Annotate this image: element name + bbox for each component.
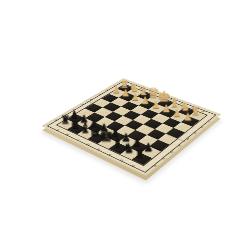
- product-photo-canvas: ABCDEFGH ABCDEFGH 12345678 12345678 ♜♞♝♛…: [0, 0, 250, 247]
- coord-letter-near-F: F: [106, 153, 113, 157]
- piece-white-rook: ♜: [120, 80, 129, 90]
- coord-letter-near-G: G: [118, 158, 125, 162]
- coord-letter-far-H: H: [200, 110, 206, 113]
- piece-white-rook: ♜: [191, 106, 201, 117]
- coord-letter-near-D: D: [85, 143, 92, 147]
- coord-letter-near-H: H: [129, 164, 136, 168]
- piece-black-rook: ♜: [60, 114, 70, 125]
- coord-number-left-7: 7: [61, 113, 67, 116]
- piece-black-pawn: ♟: [121, 132, 131, 143]
- coord-letter-near-C: C: [74, 138, 81, 142]
- chess-set-scene: ABCDEFGH ABCDEFGH 12345678 12345678 ♜♞♝♛…: [0, 0, 250, 247]
- coord-number-left-8: 8: [52, 119, 58, 122]
- coord-number-left-6: 6: [71, 108, 77, 111]
- coord-letter-near-E: E: [95, 148, 102, 152]
- coord-letter-near-A: A: [54, 128, 61, 131]
- coord-number-left-3: 3: [96, 93, 102, 96]
- coord-letter-near-B: B: [64, 133, 71, 137]
- piece-white-queen: ♛: [147, 87, 160, 101]
- squares-grid: ♜♞♝♛♚♝♞♜♟♟♟♟♟♟♟♟♟♟♟♟♟♟♟♟♜♞♝♛♚♝♞♜: [57, 85, 206, 165]
- coord-letter-far-E: E: [168, 98, 174, 101]
- chess-board: ABCDEFGH ABCDEFGH 12345678 12345678 ♜♞♝♛…: [42, 78, 222, 176]
- coord-number-left-2: 2: [104, 89, 110, 92]
- coord-number-left-5: 5: [79, 103, 85, 106]
- coord-number-left-1: 1: [112, 84, 118, 87]
- piece-black-pawn: ♟: [70, 110, 79, 120]
- coord-number-left-4: 4: [88, 98, 94, 101]
